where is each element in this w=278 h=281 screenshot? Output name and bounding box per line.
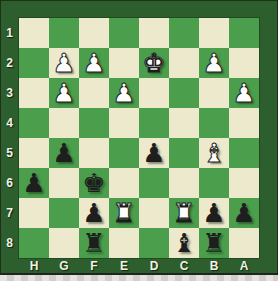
square-d6[interactable] [139,168,169,198]
window-bottom-strip [0,275,278,281]
square-c6[interactable] [169,168,199,198]
square-b5[interactable]: ♝ [199,138,229,168]
piece-black-pawn[interactable]: ♟ [202,198,225,228]
square-c4[interactable] [169,108,199,138]
file-label: H [19,258,49,273]
square-e4[interactable] [109,108,139,138]
piece-white-pawn[interactable]: ♟ [52,78,75,108]
square-a2[interactable] [229,48,259,78]
square-h2[interactable] [19,48,49,78]
square-h8[interactable] [19,228,49,258]
piece-black-king[interactable]: ♚ [82,168,105,198]
square-f6[interactable]: ♚ [79,168,109,198]
square-f4[interactable] [79,108,109,138]
piece-black-pawn[interactable]: ♟ [52,138,75,168]
file-label: E [109,258,139,273]
square-f5[interactable] [79,138,109,168]
square-h5[interactable] [19,138,49,168]
square-e8[interactable] [109,228,139,258]
file-label: C [169,258,199,273]
square-b4[interactable] [199,108,229,138]
piece-white-pawn[interactable]: ♟ [232,78,255,108]
square-f1[interactable] [79,18,109,48]
rank-label: 1 [0,18,19,48]
square-a8[interactable] [229,228,259,258]
piece-black-pawn[interactable]: ♟ [82,198,105,228]
square-f2[interactable]: ♟ [79,48,109,78]
square-e7[interactable]: ♜ [109,198,139,228]
square-c1[interactable] [169,18,199,48]
rank-label: 4 [0,108,19,138]
square-e5[interactable] [109,138,139,168]
square-e1[interactable] [109,18,139,48]
file-label: B [199,258,229,273]
square-g2[interactable]: ♟ [49,48,79,78]
square-g6[interactable] [49,168,79,198]
piece-white-pawn[interactable]: ♟ [82,48,105,78]
square-e6[interactable] [109,168,139,198]
square-b2[interactable]: ♟ [199,48,229,78]
square-d7[interactable] [139,198,169,228]
piece-white-rook[interactable]: ♜ [172,198,195,228]
rank-label: 2 [0,48,19,78]
square-a7[interactable]: ♟ [229,198,259,228]
square-c7[interactable]: ♜ [169,198,199,228]
file-labels: HGFEDCBA [19,258,259,273]
square-h3[interactable] [19,78,49,108]
square-d3[interactable] [139,78,169,108]
square-d5[interactable]: ♟ [139,138,169,168]
square-b7[interactable]: ♟ [199,198,229,228]
piece-white-pawn[interactable]: ♟ [202,48,225,78]
piece-white-rook[interactable]: ♜ [112,198,135,228]
piece-black-rook[interactable]: ♜ [202,228,225,258]
square-g1[interactable] [49,18,79,48]
square-b6[interactable] [199,168,229,198]
square-a3[interactable]: ♟ [229,78,259,108]
square-e3[interactable]: ♟ [109,78,139,108]
piece-white-pawn[interactable]: ♟ [112,78,135,108]
rank-labels: 12345678 [0,18,19,258]
piece-black-pawn[interactable]: ♟ [232,198,255,228]
square-d4[interactable] [139,108,169,138]
square-h7[interactable] [19,198,49,228]
square-g3[interactable]: ♟ [49,78,79,108]
chess-board[interactable]: ♟♟♚♟♟♟♟♟♟♝♟♚♟♜♜♟♟♜♝♜ [19,18,259,258]
square-d8[interactable] [139,228,169,258]
square-a1[interactable] [229,18,259,48]
chess-board-diagram: 12345678 ♟♟♚♟♟♟♟♟♟♝♟♚♟♜♜♟♟♜♝♜ HGFEDCBA [0,0,278,281]
square-g8[interactable] [49,228,79,258]
square-e2[interactable] [109,48,139,78]
piece-black-rook[interactable]: ♜ [82,228,105,258]
piece-white-pawn[interactable]: ♟ [52,48,75,78]
square-c5[interactable] [169,138,199,168]
rank-label: 5 [0,138,19,168]
square-b3[interactable] [199,78,229,108]
file-label: D [139,258,169,273]
piece-black-pawn[interactable]: ♟ [142,138,165,168]
square-b8[interactable]: ♜ [199,228,229,258]
square-h1[interactable] [19,18,49,48]
square-g7[interactable] [49,198,79,228]
square-g5[interactable]: ♟ [49,138,79,168]
square-f7[interactable]: ♟ [79,198,109,228]
square-c2[interactable] [169,48,199,78]
square-d2[interactable]: ♚ [139,48,169,78]
square-d1[interactable] [139,18,169,48]
piece-white-king[interactable]: ♚ [142,48,165,78]
square-f8[interactable]: ♜ [79,228,109,258]
rank-label: 7 [0,198,19,228]
square-h4[interactable] [19,108,49,138]
rank-label: 8 [0,228,19,258]
rank-label: 6 [0,168,19,198]
square-a6[interactable] [229,168,259,198]
rank-label: 3 [0,78,19,108]
square-a5[interactable] [229,138,259,168]
file-label: A [229,258,259,273]
square-f3[interactable] [79,78,109,108]
square-g4[interactable] [49,108,79,138]
square-a4[interactable] [229,108,259,138]
piece-black-bishop[interactable]: ♝ [172,228,195,258]
file-label: F [79,258,109,273]
piece-white-bishop[interactable]: ♝ [202,138,225,168]
square-b1[interactable] [199,18,229,48]
file-label: G [49,258,79,273]
piece-black-pawn[interactable]: ♟ [22,168,45,198]
square-c8[interactable]: ♝ [169,228,199,258]
square-c3[interactable] [169,78,199,108]
square-h6[interactable]: ♟ [19,168,49,198]
